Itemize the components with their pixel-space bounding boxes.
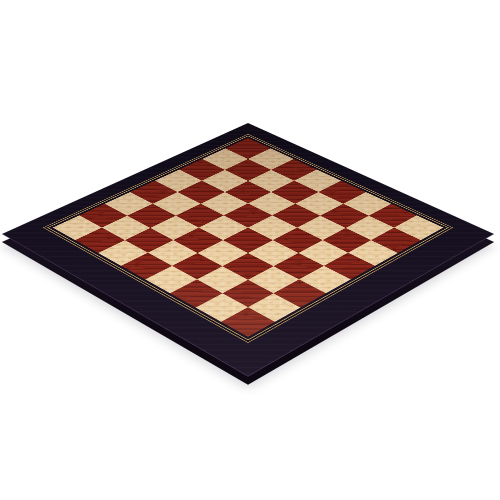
- product-photo: [0, 0, 500, 500]
- chess-board: [2, 123, 494, 377]
